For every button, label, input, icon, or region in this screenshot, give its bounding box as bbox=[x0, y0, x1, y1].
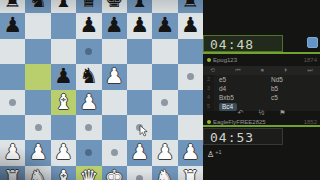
white-move[interactable]: e5 bbox=[219, 76, 226, 83]
move-dest-dot bbox=[9, 99, 16, 106]
black-queen[interactable]: ♛ bbox=[76, 0, 101, 13]
black-king[interactable]: ♚ bbox=[102, 0, 127, 13]
game-actions: ↶ ½ ⚑ bbox=[203, 109, 320, 117]
white-king[interactable]: ♚ bbox=[102, 166, 127, 180]
white-pawn[interactable]: ♟ bbox=[25, 140, 50, 165]
square-a5[interactable] bbox=[0, 64, 25, 89]
square-c3[interactable] bbox=[51, 115, 76, 140]
move-dest-dot bbox=[35, 124, 42, 131]
square-f8[interactable]: ♝ bbox=[127, 0, 152, 13]
online-status-icon bbox=[207, 58, 211, 62]
white-pawn[interactable]: ♟ bbox=[76, 90, 101, 115]
captured-pawn-icon: ♙ bbox=[207, 150, 214, 159]
square-c1[interactable]: ♝ bbox=[51, 166, 76, 180]
square-e8[interactable]: ♚ bbox=[102, 0, 127, 13]
replay-icon[interactable]: ⟲ bbox=[210, 66, 215, 75]
top-player-name: Epug123 bbox=[213, 57, 304, 63]
square-h4[interactable] bbox=[178, 90, 203, 115]
white-knight[interactable]: ♞ bbox=[152, 166, 177, 180]
square-d8[interactable]: ♛ bbox=[76, 0, 101, 13]
black-pawn[interactable]: ♟ bbox=[76, 13, 101, 38]
square-e6[interactable] bbox=[102, 39, 127, 64]
black-pawn[interactable]: ♟ bbox=[178, 13, 203, 38]
square-h6[interactable] bbox=[178, 39, 203, 64]
white-move[interactable]: Bxb5 bbox=[219, 94, 234, 101]
square-e3[interactable] bbox=[102, 115, 127, 140]
square-f1[interactable] bbox=[127, 166, 152, 180]
square-a7[interactable]: ♟ bbox=[0, 13, 25, 38]
white-queen[interactable]: ♛ bbox=[76, 166, 101, 180]
square-c4[interactable]: ♝ bbox=[51, 90, 76, 115]
playback-controls: ⟲ ⏮ ⏹ ⏵ ⏭ bbox=[203, 66, 320, 75]
move-row: 4 Bxb5 c5 bbox=[203, 93, 320, 102]
square-h8[interactable]: ♜ bbox=[178, 0, 203, 13]
square-d7[interactable]: ♟ bbox=[76, 13, 101, 38]
white-rook[interactable]: ♜ bbox=[0, 166, 25, 180]
black-knight[interactable]: ♞ bbox=[25, 0, 50, 13]
square-f2[interactable]: ♟ bbox=[127, 140, 152, 165]
square-a1[interactable]: ♜ bbox=[0, 166, 25, 180]
square-h7[interactable]: ♟ bbox=[178, 13, 203, 38]
draw-offer-icon[interactable]: ½ bbox=[258, 109, 264, 117]
move-number: 2 bbox=[203, 75, 214, 84]
square-f5[interactable] bbox=[127, 64, 152, 89]
square-a3[interactable] bbox=[0, 115, 25, 140]
square-h1[interactable]: ♜ bbox=[178, 166, 203, 180]
square-b3[interactable] bbox=[25, 115, 50, 140]
square-g6[interactable] bbox=[152, 39, 177, 64]
move-dest-dot bbox=[85, 149, 92, 156]
move-dest-dot bbox=[187, 73, 194, 80]
square-b6[interactable] bbox=[25, 39, 50, 64]
square-g2[interactable]: ♟ bbox=[152, 140, 177, 165]
square-b4[interactable] bbox=[25, 90, 50, 115]
top-player-row: Epug123 1874 bbox=[203, 55, 320, 65]
white-pawn[interactable]: ♟ bbox=[102, 64, 127, 89]
square-c2[interactable]: ♟ bbox=[51, 140, 76, 165]
square-d6[interactable] bbox=[76, 39, 101, 64]
square-h3[interactable] bbox=[178, 115, 203, 140]
chess-board[interactable]: ♜♞♝♛♚♝♜♟♟♟♟♟♟♟♞♟♝♟♟♟♟♟♟♟♜♞♝♛♚♞♜ bbox=[0, 0, 203, 180]
move-dest-dot bbox=[85, 48, 92, 55]
move-number: 4 bbox=[203, 93, 214, 102]
first-move-icon[interactable]: ⏮ bbox=[235, 66, 240, 75]
square-g7[interactable]: ♟ bbox=[152, 13, 177, 38]
black-pawn[interactable]: ♟ bbox=[51, 64, 76, 89]
move-list: 2 e5 Nd5 3 d4 b5 4 Bxb5 c5 5 Bc4 bbox=[203, 75, 320, 111]
square-f3[interactable] bbox=[127, 115, 152, 140]
square-d4[interactable]: ♟ bbox=[76, 90, 101, 115]
clock-divider bbox=[203, 125, 320, 127]
square-c5[interactable]: ♟ bbox=[51, 64, 76, 89]
black-pawn[interactable]: ♟ bbox=[0, 13, 25, 38]
white-bishop[interactable]: ♝ bbox=[51, 166, 76, 180]
square-g4[interactable] bbox=[152, 90, 177, 115]
square-d2[interactable] bbox=[76, 140, 101, 165]
square-d3[interactable] bbox=[76, 115, 101, 140]
black-move[interactable]: b5 bbox=[271, 85, 278, 92]
stop-icon[interactable]: ⏹ bbox=[261, 66, 264, 75]
white-pawn[interactable]: ♟ bbox=[0, 140, 25, 165]
next-move-icon[interactable]: ⏵ bbox=[284, 66, 287, 75]
move-dest-dot bbox=[85, 124, 92, 131]
analysis-icon[interactable] bbox=[307, 37, 318, 48]
white-pawn[interactable]: ♟ bbox=[178, 140, 203, 165]
last-move-icon[interactable]: ⏭ bbox=[308, 66, 313, 75]
black-pawn[interactable]: ♟ bbox=[127, 13, 152, 38]
square-e2[interactable] bbox=[102, 140, 127, 165]
square-h2[interactable]: ♟ bbox=[178, 140, 203, 165]
material-advantage: ♙ +1 bbox=[207, 149, 221, 159]
top-player-clock: 04:48 bbox=[203, 35, 283, 52]
square-b8[interactable]: ♞ bbox=[25, 0, 50, 13]
square-f6[interactable] bbox=[127, 39, 152, 64]
white-bishop[interactable]: ♝ bbox=[51, 90, 76, 115]
square-b2[interactable]: ♟ bbox=[25, 140, 50, 165]
resign-flag-icon[interactable]: ⚑ bbox=[279, 109, 285, 117]
square-c7[interactable] bbox=[51, 13, 76, 38]
square-b1[interactable]: ♞ bbox=[25, 166, 50, 180]
square-a2[interactable]: ♟ bbox=[0, 140, 25, 165]
black-rook[interactable]: ♜ bbox=[0, 0, 25, 13]
black-pawn[interactable]: ♟ bbox=[102, 13, 127, 38]
black-move[interactable]: Nd5 bbox=[271, 76, 283, 83]
top-player-rating: 1874 bbox=[304, 57, 320, 63]
black-knight[interactable]: ♞ bbox=[76, 64, 101, 89]
black-move[interactable]: c5 bbox=[271, 94, 278, 101]
square-d1[interactable]: ♛ bbox=[76, 166, 101, 180]
square-b5[interactable] bbox=[25, 64, 50, 89]
square-h5[interactable] bbox=[178, 64, 203, 89]
square-g1[interactable]: ♞ bbox=[152, 166, 177, 180]
square-g8[interactable] bbox=[152, 0, 177, 13]
active-clock-divider bbox=[203, 52, 320, 54]
white-move[interactable]: d4 bbox=[219, 85, 226, 92]
black-pawn[interactable]: ♟ bbox=[152, 13, 177, 38]
square-g3[interactable] bbox=[152, 115, 177, 140]
square-a8[interactable]: ♜ bbox=[0, 0, 25, 13]
square-e1[interactable]: ♚ bbox=[102, 166, 127, 180]
square-a4[interactable] bbox=[0, 90, 25, 115]
square-e4[interactable] bbox=[102, 90, 127, 115]
move-dest-dot bbox=[136, 124, 143, 131]
square-d5[interactable]: ♞ bbox=[76, 64, 101, 89]
square-f4[interactable] bbox=[127, 90, 152, 115]
white-knight[interactable]: ♞ bbox=[25, 166, 50, 180]
move-dest-dot bbox=[136, 175, 143, 180]
square-e5[interactable]: ♟ bbox=[102, 64, 127, 89]
black-bishop[interactable]: ♝ bbox=[51, 0, 76, 13]
square-g5[interactable] bbox=[152, 64, 177, 89]
move-dest-dot bbox=[161, 99, 168, 106]
takeback-icon[interactable]: ↶ bbox=[238, 109, 244, 117]
move-row: 2 e5 Nd5 bbox=[203, 75, 320, 84]
black-bishop[interactable]: ♝ bbox=[127, 0, 152, 13]
white-pawn[interactable]: ♟ bbox=[152, 140, 177, 165]
white-pawn[interactable]: ♟ bbox=[51, 140, 76, 165]
white-pawn[interactable]: ♟ bbox=[127, 140, 152, 165]
square-c6[interactable] bbox=[51, 39, 76, 64]
move-row: 3 d4 b5 bbox=[203, 84, 320, 93]
side-panel: 04:48 Epug123 1874 ⟲ ⏮ ⏹ ⏵ ⏭ 2 e5 Nd5 3 … bbox=[203, 0, 320, 180]
move-number: 3 bbox=[203, 84, 214, 93]
square-c8[interactable]: ♝ bbox=[51, 0, 76, 13]
square-b7[interactable] bbox=[25, 13, 50, 38]
bottom-player-clock: 04:53 bbox=[203, 128, 283, 145]
game-screen: ♜♞♝♛♚♝♜♟♟♟♟♟♟♟♞♟♝♟♟♟♟♟♟♟♜♞♝♛♚♞♜ 04:48 Ep… bbox=[0, 0, 320, 180]
black-rook[interactable]: ♜ bbox=[178, 0, 203, 13]
move-dest-dot bbox=[111, 149, 118, 156]
square-a6[interactable] bbox=[0, 39, 25, 64]
white-rook[interactable]: ♜ bbox=[178, 166, 203, 180]
material-advantage-value: +1 bbox=[215, 149, 221, 155]
online-status-icon bbox=[207, 120, 211, 124]
square-f7[interactable]: ♟ bbox=[127, 13, 152, 38]
square-e7[interactable]: ♟ bbox=[102, 13, 127, 38]
